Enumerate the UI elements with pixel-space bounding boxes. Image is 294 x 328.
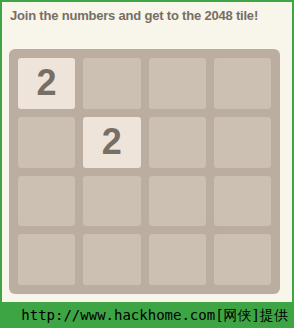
cell-r3c2-empty (83, 176, 140, 227)
game-board[interactable]: 22 (9, 49, 280, 294)
cell-r1c4-empty (214, 58, 271, 109)
cell-r2c2-tile-2: 2 (83, 117, 140, 168)
game-instructions: Join the numbers and get to the 2048 til… (10, 8, 280, 23)
cell-r2c4-empty (214, 117, 271, 168)
cell-r3c3-empty (149, 176, 206, 227)
cell-r1c3-empty (149, 58, 206, 109)
cell-r1c1-tile-2: 2 (18, 58, 75, 109)
cell-r2c1-empty (18, 117, 75, 168)
cell-r4c4-empty (214, 234, 271, 285)
cell-r3c4-empty (214, 176, 271, 227)
cell-r4c3-empty (149, 234, 206, 285)
app-window: Join the numbers and get to the 2048 til… (0, 0, 294, 328)
cell-r1c2-empty (83, 58, 140, 109)
cell-r4c2-empty (83, 234, 140, 285)
watermark-url: http://www.hackhome.com[网侠]提供 (0, 302, 294, 328)
cell-r4c1-empty (18, 234, 75, 285)
cell-r2c3-empty (149, 117, 206, 168)
cell-r3c1-empty (18, 176, 75, 227)
